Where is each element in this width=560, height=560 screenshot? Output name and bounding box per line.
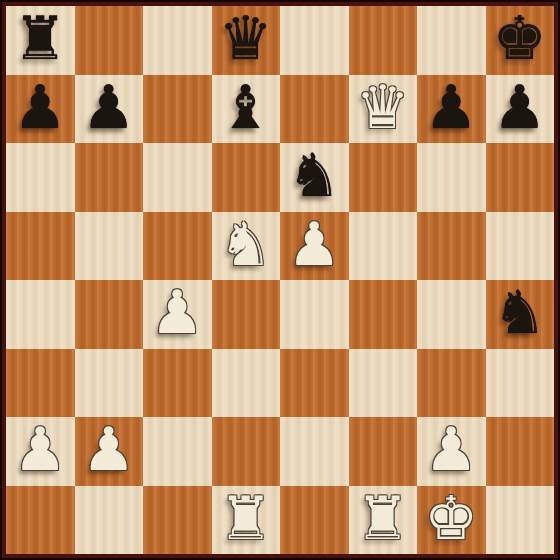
square-f7[interactable]: ♛	[349, 75, 418, 144]
square-e5[interactable]: ♟	[280, 212, 349, 281]
square-a4[interactable]	[6, 280, 75, 349]
board-frame: ♜♛♚♟♟♝♛♟♟♞♞♟♟♞♟♟♟♜♜♚	[0, 0, 560, 560]
square-b7[interactable]: ♟	[75, 75, 144, 144]
white-pawn: ♟	[82, 419, 136, 479]
square-b6[interactable]	[75, 143, 144, 212]
square-b4[interactable]	[75, 280, 144, 349]
square-c6[interactable]	[143, 143, 212, 212]
square-h3[interactable]	[486, 349, 555, 418]
square-d1[interactable]: ♜	[212, 486, 281, 555]
square-c3[interactable]	[143, 349, 212, 418]
square-b1[interactable]	[75, 486, 144, 555]
chess-board: ♜♛♚♟♟♝♛♟♟♞♞♟♟♞♟♟♟♜♜♚	[6, 6, 554, 554]
square-e6[interactable]: ♞	[280, 143, 349, 212]
square-d5[interactable]: ♞	[212, 212, 281, 281]
square-f3[interactable]	[349, 349, 418, 418]
black-pawn: ♟	[424, 77, 478, 137]
square-f2[interactable]	[349, 417, 418, 486]
square-c5[interactable]	[143, 212, 212, 281]
square-g4[interactable]	[417, 280, 486, 349]
square-a6[interactable]	[6, 143, 75, 212]
white-queen: ♛	[356, 77, 410, 137]
white-rook: ♜	[219, 488, 273, 548]
square-g8[interactable]	[417, 6, 486, 75]
square-g2[interactable]: ♟	[417, 417, 486, 486]
square-c1[interactable]	[143, 486, 212, 555]
black-pawn: ♟	[82, 77, 136, 137]
square-g6[interactable]	[417, 143, 486, 212]
square-d3[interactable]	[212, 349, 281, 418]
square-b3[interactable]	[75, 349, 144, 418]
square-b2[interactable]: ♟	[75, 417, 144, 486]
square-f6[interactable]	[349, 143, 418, 212]
square-g1[interactable]: ♚	[417, 486, 486, 555]
square-f1[interactable]: ♜	[349, 486, 418, 555]
square-a1[interactable]	[6, 486, 75, 555]
black-pawn: ♟	[493, 77, 547, 137]
square-d7[interactable]: ♝	[212, 75, 281, 144]
black-pawn: ♟	[13, 77, 67, 137]
black-king: ♚	[493, 8, 547, 68]
white-knight: ♞	[219, 214, 273, 274]
black-bishop: ♝	[219, 77, 273, 137]
black-queen: ♛	[219, 8, 273, 68]
black-knight: ♞	[287, 145, 341, 205]
square-h6[interactable]	[486, 143, 555, 212]
square-b8[interactable]	[75, 6, 144, 75]
square-a7[interactable]: ♟	[6, 75, 75, 144]
square-e3[interactable]	[280, 349, 349, 418]
square-h8[interactable]: ♚	[486, 6, 555, 75]
square-d8[interactable]: ♛	[212, 6, 281, 75]
square-c8[interactable]	[143, 6, 212, 75]
white-rook: ♜	[356, 488, 410, 548]
square-e4[interactable]	[280, 280, 349, 349]
square-d4[interactable]	[212, 280, 281, 349]
square-h4[interactable]: ♞	[486, 280, 555, 349]
square-c2[interactable]	[143, 417, 212, 486]
square-b5[interactable]	[75, 212, 144, 281]
square-f4[interactable]	[349, 280, 418, 349]
square-e8[interactable]	[280, 6, 349, 75]
white-king: ♚	[424, 488, 478, 548]
square-a2[interactable]: ♟	[6, 417, 75, 486]
square-f8[interactable]	[349, 6, 418, 75]
square-h2[interactable]	[486, 417, 555, 486]
square-h1[interactable]	[486, 486, 555, 555]
square-g5[interactable]	[417, 212, 486, 281]
square-g3[interactable]	[417, 349, 486, 418]
square-h5[interactable]	[486, 212, 555, 281]
square-e2[interactable]	[280, 417, 349, 486]
square-a8[interactable]: ♜	[6, 6, 75, 75]
square-g7[interactable]: ♟	[417, 75, 486, 144]
white-pawn: ♟	[150, 282, 204, 342]
square-c7[interactable]	[143, 75, 212, 144]
white-pawn: ♟	[287, 214, 341, 274]
square-e1[interactable]	[280, 486, 349, 555]
square-f5[interactable]	[349, 212, 418, 281]
black-knight: ♞	[493, 282, 547, 342]
black-rook: ♜	[13, 8, 67, 68]
white-pawn: ♟	[13, 419, 67, 479]
white-pawn: ♟	[424, 419, 478, 479]
square-d2[interactable]	[212, 417, 281, 486]
square-h7[interactable]: ♟	[486, 75, 555, 144]
square-a3[interactable]	[6, 349, 75, 418]
square-c4[interactable]: ♟	[143, 280, 212, 349]
square-e7[interactable]	[280, 75, 349, 144]
square-a5[interactable]	[6, 212, 75, 281]
square-d6[interactable]	[212, 143, 281, 212]
